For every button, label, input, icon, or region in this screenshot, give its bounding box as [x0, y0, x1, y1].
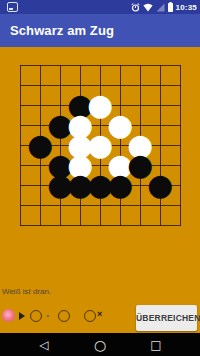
intersection-1-3[interactable]: [10, 95, 30, 115]
intersection-2-2[interactable]: [30, 75, 50, 95]
intersection-2-9[interactable]: [30, 215, 50, 235]
intersection-5-1[interactable]: [90, 55, 110, 75]
intersection-9-1[interactable]: [170, 55, 190, 75]
back-icon[interactable]: ◁: [37, 339, 51, 351]
intersection-8-2[interactable]: [150, 75, 170, 95]
intersection-9-2[interactable]: [170, 75, 190, 95]
pink-stone-marker-icon[interactable]: [2, 309, 15, 322]
status-bar-right: 10:35: [131, 2, 197, 12]
home-icon[interactable]: ○: [93, 339, 107, 351]
android-nav-bar: ◁ ○ □: [0, 333, 200, 356]
intersection-9-8[interactable]: [170, 195, 190, 215]
intersection-4-1[interactable]: [70, 55, 90, 75]
page-title: Schwarz am Zug: [10, 23, 114, 38]
intersection-7-2[interactable]: [130, 75, 150, 95]
status-bar-left: [3, 2, 18, 12]
intersection-1-9[interactable]: [10, 215, 30, 235]
intersection-4-9[interactable]: [70, 215, 90, 235]
intersection-1-1[interactable]: [10, 55, 30, 75]
intersection-6-2[interactable]: [110, 75, 130, 95]
intersection-9-3[interactable]: [170, 95, 190, 115]
dot-icon: [47, 315, 49, 317]
signal-icon: [156, 3, 165, 12]
intersection-3-1[interactable]: [50, 55, 70, 75]
play-triangle-icon[interactable]: [19, 312, 25, 320]
intersection-8-9[interactable]: [150, 215, 170, 235]
app-screen: 10:35 Schwarz am Zug ●●●●●●●●●●●●●●●●●● …: [0, 0, 200, 356]
intersection-8-3[interactable]: [150, 95, 170, 115]
intersection-1-7[interactable]: [10, 175, 30, 195]
ring-icon-2[interactable]: [58, 310, 70, 322]
intersection-9-9[interactable]: [170, 215, 190, 235]
status-bar: 10:35: [0, 0, 200, 14]
app-bar: Schwarz am Zug: [0, 14, 200, 47]
pass-button[interactable]: ÜBERREICHEN: [136, 305, 197, 331]
black-stone: ●: [107, 175, 133, 195]
intersection-9-6[interactable]: [170, 155, 190, 175]
recents-icon[interactable]: □: [149, 339, 163, 351]
intersection-6-1[interactable]: [110, 55, 130, 75]
intersection-6-7[interactable]: ●: [110, 175, 130, 195]
intersection-8-4[interactable]: [150, 115, 170, 135]
battery-icon: [168, 2, 173, 12]
intersection-1-8[interactable]: [10, 195, 30, 215]
black-stone: ●: [147, 175, 173, 195]
ring-icon-1[interactable]: [30, 310, 42, 322]
intersection-1-2[interactable]: [10, 75, 30, 95]
intersection-8-7[interactable]: ●: [150, 175, 170, 195]
intersection-6-9[interactable]: [110, 215, 130, 235]
alarm-icon: [131, 3, 140, 12]
intersection-8-1[interactable]: [150, 55, 170, 75]
intersection-5-9[interactable]: [90, 215, 110, 235]
ring-icon-3[interactable]: [84, 310, 96, 322]
intersection-7-3[interactable]: [130, 95, 150, 115]
intersection-9-5[interactable]: [170, 135, 190, 155]
intersection-7-9[interactable]: [130, 215, 150, 235]
wifi-icon: [143, 3, 153, 12]
intersection-2-1[interactable]: [30, 55, 50, 75]
turn-status-text: Weiß ist dran.: [2, 287, 51, 296]
clock-time: 10:35: [176, 3, 197, 12]
intersection-9-4[interactable]: [170, 115, 190, 135]
notification-thumbnail-icon: [7, 2, 18, 12]
intersection-3-9[interactable]: [50, 215, 70, 235]
intersection-7-1[interactable]: [130, 55, 150, 75]
go-board-stones[interactable]: ●●●●●●●●●●●●●●●●●●: [10, 55, 190, 235]
cross-icon: ×: [97, 309, 102, 319]
